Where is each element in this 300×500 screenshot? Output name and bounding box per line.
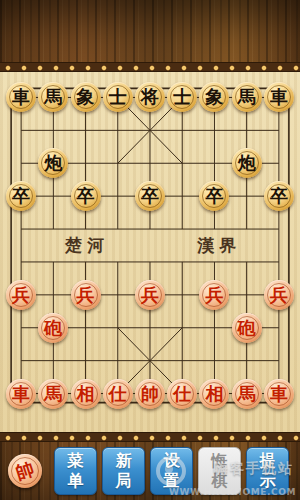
black-horse[interactable]: 馬 <box>232 82 262 112</box>
red-soldier[interactable]: 兵 <box>264 280 294 310</box>
piece-character: 兵 <box>205 286 223 304</box>
piece-character: 卒 <box>141 187 159 205</box>
board-edge-rivets-bottom <box>0 432 300 442</box>
new-game-button[interactable]: 新局 <box>102 447 145 495</box>
piece-character: 仕 <box>173 385 191 403</box>
red-horse[interactable]: 馬 <box>232 379 262 409</box>
red-cannon[interactable]: 砲 <box>38 313 68 343</box>
piece-character: 兵 <box>141 286 159 304</box>
red-horse[interactable]: 馬 <box>38 379 68 409</box>
red-advisor[interactable]: 仕 <box>103 379 133 409</box>
piece-layer: 車馬象士将士象馬車炮炮卒卒卒卒卒兵兵兵兵兵砲砲車馬相仕帥仕相馬車 <box>5 81 295 410</box>
piece-character: 馬 <box>44 88 62 106</box>
piece-character: 馬 <box>44 385 62 403</box>
red-general-badge-char: 帥 <box>13 457 38 485</box>
red-elephant[interactable]: 相 <box>199 379 229 409</box>
piece-character: 炮 <box>238 154 256 172</box>
piece-character: 帥 <box>141 385 159 403</box>
toolbar-buttons: 菜单 新局 设置 悔棋 提示 <box>54 447 289 495</box>
black-cannon[interactable]: 炮 <box>232 148 262 178</box>
red-soldier[interactable]: 兵 <box>6 280 36 310</box>
toolbar: 帥 菜单 新局 设置 悔棋 提示 <box>0 442 300 500</box>
black-soldier[interactable]: 卒 <box>135 181 165 211</box>
piece-character: 士 <box>173 88 191 106</box>
piece-character: 車 <box>270 385 288 403</box>
piece-character: 砲 <box>238 319 256 337</box>
piece-character: 炮 <box>44 154 62 172</box>
board-edge-rivets-top <box>0 62 300 72</box>
piece-character: 士 <box>109 88 127 106</box>
red-cannon[interactable]: 砲 <box>232 313 262 343</box>
settings-button[interactable]: 设置 <box>150 447 193 495</box>
black-soldier[interactable]: 卒 <box>71 181 101 211</box>
hint-button[interactable]: 提示 <box>246 447 289 495</box>
app-screen: 楚河 漢界 車馬象士将士象馬車炮炮卒卒卒卒卒兵兵兵兵兵砲砲車馬相仕帥仕相馬車 帥… <box>0 0 300 500</box>
piece-character: 車 <box>12 88 30 106</box>
piece-character: 象 <box>205 88 223 106</box>
menu-button[interactable]: 菜单 <box>54 447 97 495</box>
black-soldier[interactable]: 卒 <box>6 181 36 211</box>
black-general[interactable]: 将 <box>135 82 165 112</box>
black-elephant[interactable]: 象 <box>199 82 229 112</box>
black-soldier[interactable]: 卒 <box>264 181 294 211</box>
piece-character: 兵 <box>12 286 30 304</box>
red-chariot[interactable]: 車 <box>264 379 294 409</box>
piece-character: 砲 <box>44 319 62 337</box>
piece-character: 馬 <box>238 88 256 106</box>
piece-character: 卒 <box>205 187 223 205</box>
black-cannon[interactable]: 炮 <box>38 148 68 178</box>
red-soldier[interactable]: 兵 <box>135 280 165 310</box>
red-soldier[interactable]: 兵 <box>199 280 229 310</box>
piece-character: 卒 <box>270 187 288 205</box>
piece-character: 兵 <box>270 286 288 304</box>
xiangqi-board[interactable]: 楚河 漢界 車馬象士将士象馬車炮炮卒卒卒卒卒兵兵兵兵兵砲砲車馬相仕帥仕相馬車 <box>0 72 300 432</box>
piece-character: 卒 <box>12 187 30 205</box>
piece-character: 仕 <box>109 385 127 403</box>
piece-character: 将 <box>141 88 159 106</box>
black-soldier[interactable]: 卒 <box>199 181 229 211</box>
red-elephant[interactable]: 相 <box>71 379 101 409</box>
red-general-badge: 帥 <box>8 454 42 488</box>
piece-character: 象 <box>77 88 95 106</box>
black-chariot[interactable]: 車 <box>6 82 36 112</box>
piece-character: 相 <box>205 385 223 403</box>
black-advisor[interactable]: 士 <box>167 82 197 112</box>
black-advisor[interactable]: 士 <box>103 82 133 112</box>
red-chariot[interactable]: 車 <box>6 379 36 409</box>
new-game-button-label: 新局 <box>115 451 132 491</box>
piece-character: 相 <box>77 385 95 403</box>
piece-character: 馬 <box>238 385 256 403</box>
black-horse[interactable]: 馬 <box>38 82 68 112</box>
undo-move-button[interactable]: 悔棋 <box>198 447 241 495</box>
piece-character: 兵 <box>77 286 95 304</box>
piece-character: 車 <box>12 385 30 403</box>
piece-character: 車 <box>270 88 288 106</box>
red-soldier[interactable]: 兵 <box>71 280 101 310</box>
menu-button-label: 菜单 <box>67 451 84 491</box>
undo-move-button-label: 悔棋 <box>211 451 228 491</box>
red-general[interactable]: 帥 <box>135 379 165 409</box>
black-chariot[interactable]: 車 <box>264 82 294 112</box>
red-advisor[interactable]: 仕 <box>167 379 197 409</box>
settings-button-label: 设置 <box>163 451 180 491</box>
hint-button-label: 提示 <box>259 451 276 491</box>
piece-character: 卒 <box>77 187 95 205</box>
black-elephant[interactable]: 象 <box>71 82 101 112</box>
